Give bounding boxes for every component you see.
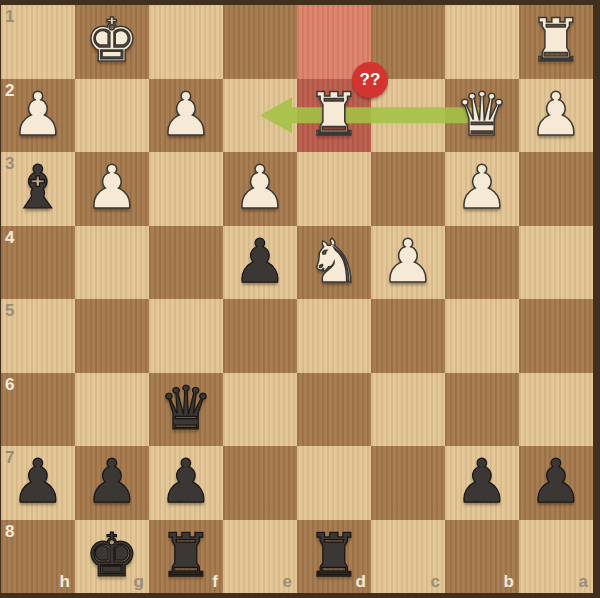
square-h2[interactable]: 2♟	[1, 79, 75, 153]
rank-label-5: 5	[5, 301, 14, 321]
square-b2[interactable]: ♛	[445, 79, 519, 153]
square-c5[interactable]	[371, 299, 445, 373]
square-a2[interactable]: ♟	[519, 79, 593, 153]
rank-label-6: 6	[5, 375, 14, 395]
square-d4[interactable]: ♞	[297, 226, 371, 300]
rank-label-1: 1	[5, 7, 14, 27]
square-g6[interactable]	[75, 373, 149, 447]
square-g4[interactable]	[75, 226, 149, 300]
white-king[interactable]: ♚	[75, 5, 149, 79]
square-h6[interactable]: 6	[1, 373, 75, 447]
square-f7[interactable]: ♟	[149, 446, 223, 520]
square-e6[interactable]	[223, 373, 297, 447]
file-label-a: a	[579, 572, 588, 592]
square-h1[interactable]: 1	[1, 5, 75, 79]
square-b1[interactable]	[445, 5, 519, 79]
file-label-h: h	[60, 572, 70, 592]
black-bishop[interactable]: ♝	[1, 152, 75, 226]
white-pawn[interactable]: ♟	[1, 79, 75, 153]
square-f8[interactable]: f♜	[149, 520, 223, 594]
square-d5[interactable]	[297, 299, 371, 373]
square-b4[interactable]	[445, 226, 519, 300]
square-d6[interactable]	[297, 373, 371, 447]
black-pawn[interactable]: ♟	[519, 446, 593, 520]
square-b8[interactable]: b	[445, 520, 519, 594]
white-pawn[interactable]: ♟	[75, 152, 149, 226]
black-pawn[interactable]: ♟	[445, 446, 519, 520]
square-d3[interactable]	[297, 152, 371, 226]
black-pawn[interactable]: ♟	[75, 446, 149, 520]
white-pawn[interactable]: ♟	[149, 79, 223, 153]
square-c3[interactable]	[371, 152, 445, 226]
black-rook[interactable]: ♜	[149, 520, 223, 594]
square-h8[interactable]: 8h	[1, 520, 75, 594]
black-rook[interactable]: ♜	[297, 520, 371, 594]
white-queen[interactable]: ♛	[445, 79, 519, 153]
blunder-badge: ??	[352, 62, 388, 98]
square-f6[interactable]: ♛	[149, 373, 223, 447]
square-e3[interactable]: ♟	[223, 152, 297, 226]
square-b6[interactable]	[445, 373, 519, 447]
square-g1[interactable]: ♚	[75, 5, 149, 79]
black-king[interactable]: ♚	[75, 520, 149, 594]
square-g5[interactable]	[75, 299, 149, 373]
square-a4[interactable]	[519, 226, 593, 300]
square-a6[interactable]	[519, 373, 593, 447]
square-f4[interactable]	[149, 226, 223, 300]
square-c8[interactable]: c	[371, 520, 445, 594]
square-e1[interactable]	[223, 5, 297, 79]
square-f1[interactable]	[149, 5, 223, 79]
white-pawn[interactable]: ♟	[519, 79, 593, 153]
square-g3[interactable]: ♟	[75, 152, 149, 226]
square-b3[interactable]: ♟	[445, 152, 519, 226]
square-a3[interactable]	[519, 152, 593, 226]
square-a7[interactable]: ♟	[519, 446, 593, 520]
square-g8[interactable]: g♚	[75, 520, 149, 594]
white-rook[interactable]: ♜	[519, 5, 593, 79]
square-e5[interactable]	[223, 299, 297, 373]
white-pawn[interactable]: ♟	[223, 152, 297, 226]
square-e4[interactable]: ♟	[223, 226, 297, 300]
square-c7[interactable]	[371, 446, 445, 520]
square-h7[interactable]: 7♟	[1, 446, 75, 520]
square-d8[interactable]: d♜	[297, 520, 371, 594]
file-label-e: e	[283, 572, 292, 592]
file-label-c: c	[431, 572, 440, 592]
file-label-b: b	[504, 572, 514, 592]
square-h3[interactable]: 3♝	[1, 152, 75, 226]
black-pawn[interactable]: ♟	[149, 446, 223, 520]
square-d7[interactable]	[297, 446, 371, 520]
square-e7[interactable]	[223, 446, 297, 520]
chess-board-frame: 1♚♜2♟♟♜♛♟3♝♟♟♟4♟♞♟56♛7♟♟♟♟♟8hg♚f♜ed♜cba …	[0, 0, 600, 598]
square-c6[interactable]	[371, 373, 445, 447]
square-b5[interactable]	[445, 299, 519, 373]
square-f3[interactable]	[149, 152, 223, 226]
white-pawn[interactable]: ♟	[445, 152, 519, 226]
square-h4[interactable]: 4	[1, 226, 75, 300]
square-g7[interactable]: ♟	[75, 446, 149, 520]
black-pawn[interactable]: ♟	[223, 226, 297, 300]
square-a8[interactable]: a	[519, 520, 593, 594]
rank-label-8: 8	[5, 522, 14, 542]
square-g2[interactable]	[75, 79, 149, 153]
white-pawn[interactable]: ♟	[371, 226, 445, 300]
square-e8[interactable]: e	[223, 520, 297, 594]
white-knight[interactable]: ♞	[297, 226, 371, 300]
rank-label-4: 4	[5, 228, 14, 248]
square-c4[interactable]: ♟	[371, 226, 445, 300]
square-e2[interactable]	[223, 79, 297, 153]
square-b7[interactable]: ♟	[445, 446, 519, 520]
square-f5[interactable]	[149, 299, 223, 373]
chess-board: 1♚♜2♟♟♜♛♟3♝♟♟♟4♟♞♟56♛7♟♟♟♟♟8hg♚f♜ed♜cba	[1, 5, 593, 593]
square-h5[interactable]: 5	[1, 299, 75, 373]
square-a5[interactable]	[519, 299, 593, 373]
square-a1[interactable]: ♜	[519, 5, 593, 79]
black-pawn[interactable]: ♟	[1, 446, 75, 520]
square-f2[interactable]: ♟	[149, 79, 223, 153]
black-queen[interactable]: ♛	[149, 373, 223, 447]
